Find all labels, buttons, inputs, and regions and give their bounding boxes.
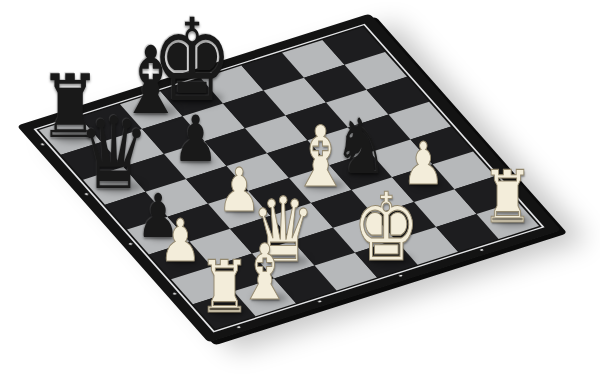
king-glyph: ♚ [353,181,420,275]
product-photo-chess-set: ♜♝♚♛♟♟♞♝♟♟♟♛♚♜♝♜ [0,0,600,383]
rook-glyph: ♜ [482,161,534,233]
chess-piece-white-rook-a1[interactable]: ♜ [154,251,294,323]
chess-piece-white-rook-h1[interactable]: ♜ [438,161,578,233]
rook-glyph: ♜ [198,251,250,323]
